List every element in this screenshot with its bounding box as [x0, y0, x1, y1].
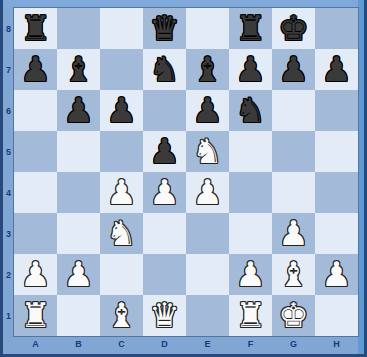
square-e3[interactable] [186, 213, 229, 254]
file-label-a: A [14, 336, 57, 354]
square-d4[interactable]: ♟ [143, 172, 186, 213]
square-e2[interactable] [186, 254, 229, 295]
piece-black-pawn: ♟ [192, 93, 222, 127]
square-g3[interactable]: ♟ [272, 213, 315, 254]
square-g7[interactable]: ♟ [272, 49, 315, 90]
square-f8[interactable]: ♜ [229, 8, 272, 49]
square-e7[interactable]: ♝ [186, 49, 229, 90]
piece-white-pawn: ♟ [321, 257, 351, 291]
file-label-h: H [315, 336, 358, 354]
square-g2[interactable]: ♝ [272, 254, 315, 295]
square-e5[interactable]: ♞ [186, 131, 229, 172]
file-label-b: B [57, 336, 100, 354]
square-h7[interactable]: ♟ [315, 49, 358, 90]
square-c2[interactable] [100, 254, 143, 295]
square-d7[interactable]: ♞ [143, 49, 186, 90]
piece-white-knight: ♞ [192, 134, 222, 168]
square-b5[interactable] [57, 131, 100, 172]
file-label-d: D [143, 336, 186, 354]
square-d8[interactable]: ♛ [143, 8, 186, 49]
rank-label-7: 7 [3, 49, 14, 90]
piece-black-queen: ♛ [149, 11, 179, 45]
square-c5[interactable] [100, 131, 143, 172]
file-labels: ABCDEFGH [14, 336, 358, 354]
piece-white-pawn: ♟ [106, 175, 136, 209]
square-a3[interactable] [14, 213, 57, 254]
square-e4[interactable]: ♟ [186, 172, 229, 213]
square-a8[interactable]: ♜ [14, 8, 57, 49]
square-f3[interactable] [229, 213, 272, 254]
file-label-g: G [272, 336, 315, 354]
square-b2[interactable]: ♟ [57, 254, 100, 295]
frame-border-left [0, 0, 3, 357]
rank-label-8: 8 [3, 8, 14, 49]
square-d3[interactable] [143, 213, 186, 254]
square-f7[interactable]: ♟ [229, 49, 272, 90]
chess-board: ♜♛♜♚♟♝♞♝♟♟♟♟♟♟♞♟♞♟♟♟♞♟♟♟♟♝♟♜♝♛♜♚ [14, 8, 358, 336]
piece-black-pawn: ♟ [321, 52, 351, 86]
piece-white-pawn: ♟ [192, 175, 222, 209]
square-a6[interactable] [14, 90, 57, 131]
piece-white-pawn: ♟ [20, 257, 50, 291]
top-margin [3, 0, 364, 8]
square-a1[interactable]: ♜ [14, 295, 57, 336]
piece-white-bishop: ♝ [106, 298, 136, 332]
square-h3[interactable] [315, 213, 358, 254]
square-b7[interactable]: ♝ [57, 49, 100, 90]
square-g1[interactable]: ♚ [272, 295, 315, 336]
piece-white-pawn: ♟ [63, 257, 93, 291]
square-b4[interactable] [57, 172, 100, 213]
piece-white-pawn: ♟ [235, 257, 265, 291]
piece-white-king: ♚ [278, 298, 308, 332]
piece-black-king: ♚ [278, 11, 308, 45]
square-h6[interactable] [315, 90, 358, 131]
square-a4[interactable] [14, 172, 57, 213]
square-f4[interactable] [229, 172, 272, 213]
square-a2[interactable]: ♟ [14, 254, 57, 295]
square-c6[interactable]: ♟ [100, 90, 143, 131]
square-d5[interactable]: ♟ [143, 131, 186, 172]
square-b1[interactable] [57, 295, 100, 336]
square-b3[interactable] [57, 213, 100, 254]
file-label-e: E [186, 336, 229, 354]
square-a7[interactable]: ♟ [14, 49, 57, 90]
piece-black-rook: ♜ [20, 11, 50, 45]
rank-label-3: 3 [3, 213, 14, 254]
piece-black-pawn: ♟ [278, 52, 308, 86]
rank-labels: 87654321 [3, 8, 14, 336]
piece-white-pawn: ♟ [149, 175, 179, 209]
chess-diagram: 87654321 ♜♛♜♚♟♝♞♝♟♟♟♟♟♟♞♟♞♟♟♟♞♟♟♟♟♝♟♜♝♛♜… [0, 0, 367, 357]
square-f5[interactable] [229, 131, 272, 172]
file-label-c: C [100, 336, 143, 354]
piece-black-pawn: ♟ [63, 93, 93, 127]
square-b8[interactable] [57, 8, 100, 49]
square-h5[interactable] [315, 131, 358, 172]
square-e6[interactable]: ♟ [186, 90, 229, 131]
square-b6[interactable]: ♟ [57, 90, 100, 131]
piece-white-bishop: ♝ [278, 257, 308, 291]
square-f6[interactable]: ♞ [229, 90, 272, 131]
piece-white-queen: ♛ [149, 298, 179, 332]
piece-white-pawn: ♟ [278, 216, 308, 250]
square-h1[interactable] [315, 295, 358, 336]
rank-label-4: 4 [3, 172, 14, 213]
piece-white-rook: ♜ [20, 298, 50, 332]
square-e8[interactable] [186, 8, 229, 49]
piece-black-bishop: ♝ [63, 52, 93, 86]
rank-label-5: 5 [3, 131, 14, 172]
square-g5[interactable] [272, 131, 315, 172]
square-d6[interactable] [143, 90, 186, 131]
rank-label-2: 2 [3, 254, 14, 295]
piece-white-knight: ♞ [106, 216, 136, 250]
square-g6[interactable] [272, 90, 315, 131]
square-h8[interactable] [315, 8, 358, 49]
square-g4[interactable] [272, 172, 315, 213]
piece-black-pawn: ♟ [106, 93, 136, 127]
square-c7[interactable] [100, 49, 143, 90]
square-d2[interactable] [143, 254, 186, 295]
square-h2[interactable]: ♟ [315, 254, 358, 295]
piece-black-pawn: ♟ [149, 134, 179, 168]
piece-white-rook: ♜ [235, 298, 265, 332]
square-f2[interactable]: ♟ [229, 254, 272, 295]
piece-black-rook: ♜ [235, 11, 265, 45]
rank-label-1: 1 [3, 295, 14, 336]
square-c1[interactable]: ♝ [100, 295, 143, 336]
square-f1[interactable]: ♜ [229, 295, 272, 336]
square-d1[interactable]: ♛ [143, 295, 186, 336]
square-c8[interactable] [100, 8, 143, 49]
square-a5[interactable] [14, 131, 57, 172]
square-c3[interactable]: ♞ [100, 213, 143, 254]
piece-black-pawn: ♟ [235, 52, 265, 86]
piece-black-knight: ♞ [235, 93, 265, 127]
square-g8[interactable]: ♚ [272, 8, 315, 49]
rank-label-6: 6 [3, 90, 14, 131]
file-label-f: F [229, 336, 272, 354]
piece-black-knight: ♞ [149, 52, 179, 86]
square-h4[interactable] [315, 172, 358, 213]
piece-black-bishop: ♝ [192, 52, 222, 86]
square-e1[interactable] [186, 295, 229, 336]
piece-black-pawn: ♟ [20, 52, 50, 86]
square-c4[interactable]: ♟ [100, 172, 143, 213]
